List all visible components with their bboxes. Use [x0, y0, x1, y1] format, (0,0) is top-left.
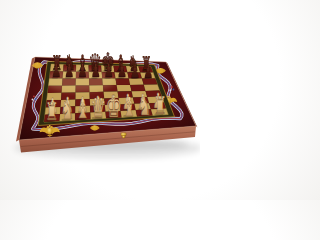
svg-text:♟: ♟ [91, 60, 101, 82]
svg-text:♟: ♟ [143, 61, 153, 83]
svg-text:♞: ♞ [138, 91, 152, 121]
piece-dark-p-c7: ♟ [77, 60, 87, 82]
piece-dark-p-a7: ♟ [51, 60, 61, 82]
piece-dark-p-f7: ♟ [117, 61, 127, 83]
piece-dark-p-e7: ♟ [104, 61, 114, 83]
svg-text:♞: ♞ [60, 95, 74, 125]
piece-dark-p-h7: ♟ [143, 61, 153, 83]
piece-light-k-e1: ♚ [105, 89, 122, 124]
product-photo: ♜♞♝♛♚♝♞♜♟♟♟♟♟♟♟♟♟♟♟♟♟♟♟♟♜♞♝♛♚♝♞♜ [0, 0, 200, 200]
svg-text:♟: ♟ [51, 60, 61, 82]
svg-text:♛: ♛ [90, 91, 106, 125]
piece-light-q-d1: ♛ [90, 91, 106, 125]
piece-light-n-b1: ♞ [60, 95, 74, 125]
piece-dark-p-g7: ♟ [130, 61, 140, 83]
piece-light-r-a1: ♜ [45, 97, 58, 126]
chess-set-photo: ♜♞♝♛♚♝♞♜♟♟♟♟♟♟♟♟♟♟♟♟♟♟♟♟♜♞♝♛♚♝♞♜ [0, 0, 200, 200]
svg-text:♟: ♟ [64, 60, 74, 82]
svg-text:♜: ♜ [45, 97, 58, 126]
piece-light-b-c1: ♝ [76, 93, 91, 124]
piece-light-b-f1: ♝ [122, 90, 137, 121]
svg-text:♚: ♚ [105, 89, 122, 124]
piece-light-r-h1: ♜ [153, 91, 166, 120]
piece-dark-p-d7: ♟ [91, 60, 101, 82]
piece-light-n-g1: ♞ [138, 91, 152, 121]
svg-text:♜: ♜ [153, 91, 166, 120]
piece-dark-p-b7: ♟ [64, 60, 74, 82]
svg-text:♟: ♟ [77, 60, 87, 82]
svg-text:♟: ♟ [104, 61, 114, 83]
svg-text:♟: ♟ [117, 61, 127, 83]
svg-text:♝: ♝ [122, 90, 137, 121]
svg-text:♟: ♟ [130, 61, 140, 83]
svg-text:♝: ♝ [76, 93, 91, 124]
